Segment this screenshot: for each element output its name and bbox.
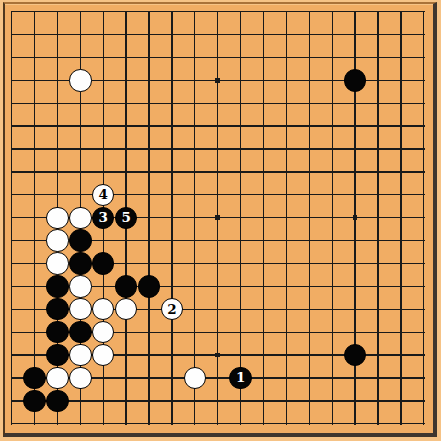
go-diagram: 43521 bbox=[0, 0, 441, 441]
move-number-label: 4 bbox=[99, 188, 108, 202]
stone-white-C9 bbox=[46, 229, 68, 251]
stone-black-E10: 3 bbox=[92, 207, 114, 229]
stone-black-C6 bbox=[46, 298, 68, 320]
stone-white-C10 bbox=[46, 207, 68, 229]
stone-black-E8 bbox=[92, 252, 114, 274]
stone-white-D4 bbox=[69, 344, 91, 366]
stone-white-C3 bbox=[46, 367, 68, 389]
stone-black-D8 bbox=[69, 252, 91, 274]
stone-white-E6 bbox=[92, 298, 114, 320]
stone-black-F10: 5 bbox=[115, 207, 137, 229]
stone-black-D5 bbox=[69, 321, 91, 343]
stone-white-D10 bbox=[69, 207, 91, 229]
stone-white-D3 bbox=[69, 367, 91, 389]
stone-white-D6 bbox=[69, 298, 91, 320]
stone-white-E5 bbox=[92, 321, 114, 343]
stone-black-C5 bbox=[46, 321, 68, 343]
stone-black-C2 bbox=[46, 390, 68, 412]
stone-white-C8 bbox=[46, 252, 68, 274]
stone-black-C4 bbox=[46, 344, 68, 366]
stone-white-E11: 4 bbox=[92, 184, 114, 206]
stone-layer: 43521 bbox=[0, 0, 435, 435]
stone-white-H6: 2 bbox=[161, 298, 183, 320]
stone-black-F7 bbox=[115, 275, 137, 297]
stone-white-E4 bbox=[92, 344, 114, 366]
stone-black-D9 bbox=[69, 229, 91, 251]
stone-white-D16 bbox=[69, 69, 91, 91]
stone-black-Q16 bbox=[344, 69, 366, 91]
stone-black-Q4 bbox=[344, 344, 366, 366]
stone-black-L3: 1 bbox=[229, 367, 251, 389]
move-number-label: 5 bbox=[121, 211, 130, 225]
move-number-label: 1 bbox=[236, 371, 245, 385]
stone-black-G7 bbox=[138, 275, 160, 297]
stone-black-C7 bbox=[46, 275, 68, 297]
stone-black-B2 bbox=[23, 390, 45, 412]
stone-white-D7 bbox=[69, 275, 91, 297]
stone-white-F6 bbox=[115, 298, 137, 320]
move-number-label: 2 bbox=[167, 303, 176, 317]
stone-black-B3 bbox=[23, 367, 45, 389]
move-number-label: 3 bbox=[99, 211, 108, 225]
stone-white-J3 bbox=[184, 367, 206, 389]
